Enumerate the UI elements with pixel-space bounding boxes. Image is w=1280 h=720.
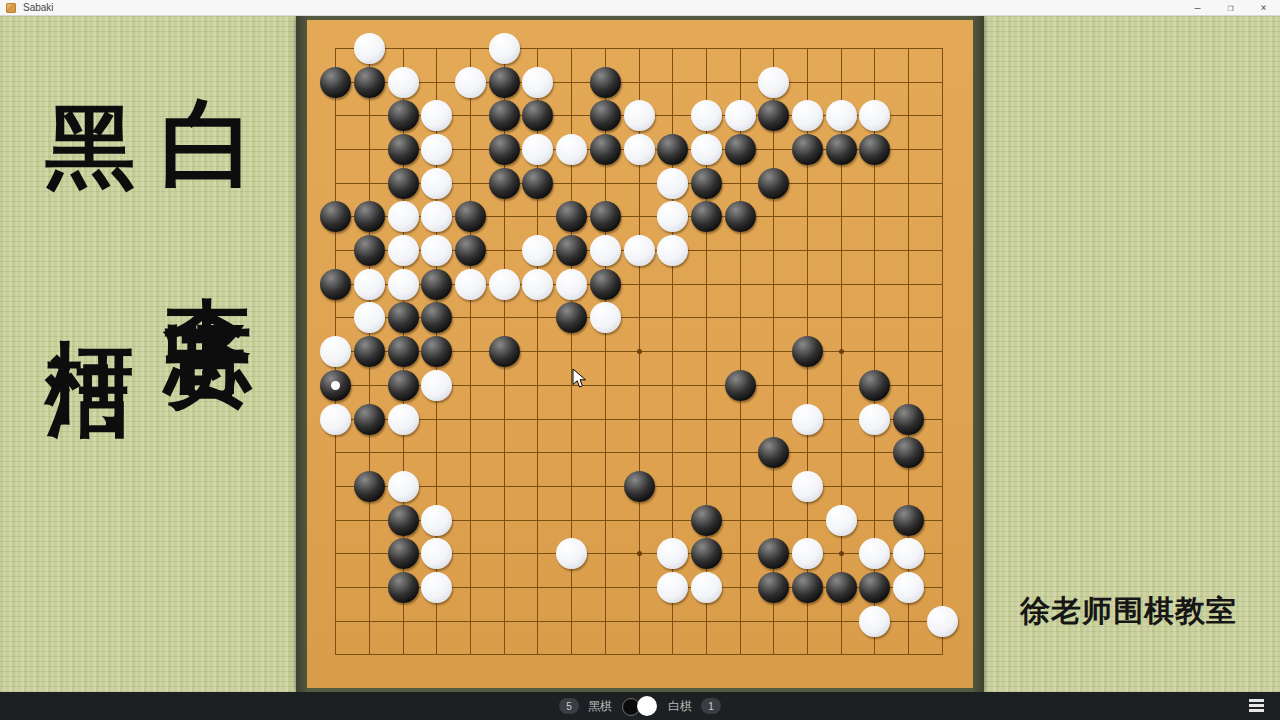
black-player-name: 柯洁 [46, 268, 134, 292]
black-stone[interactable] [388, 100, 419, 131]
black-stone[interactable] [354, 201, 385, 232]
white-stone[interactable] [556, 538, 587, 569]
black-stone[interactable] [455, 235, 486, 266]
white-stone[interactable] [522, 67, 553, 98]
black-stone[interactable] [421, 302, 452, 333]
white-stone[interactable] [859, 606, 890, 637]
white-stone[interactable] [859, 100, 890, 131]
white-stone[interactable] [624, 134, 655, 165]
white-stone[interactable] [624, 235, 655, 266]
turn-toggle[interactable] [621, 695, 659, 717]
white-stone[interactable] [826, 100, 857, 131]
black-stone[interactable] [522, 100, 553, 131]
black-stone[interactable] [725, 134, 756, 165]
white-stone[interactable] [421, 235, 452, 266]
white-stone[interactable] [590, 302, 621, 333]
white-color-char: 白 [158, 96, 258, 192]
black-stone[interactable] [725, 201, 756, 232]
white-stone[interactable] [354, 269, 385, 300]
black-stone[interactable] [489, 100, 520, 131]
white-stone[interactable] [522, 235, 553, 266]
last-move-marker [331, 381, 340, 390]
mouse-cursor [572, 368, 587, 393]
black-stone[interactable] [388, 572, 419, 603]
black-stone[interactable] [421, 336, 452, 367]
white-stone[interactable] [489, 33, 520, 64]
white-stone[interactable] [657, 201, 688, 232]
white-stone[interactable] [691, 100, 722, 131]
star-point [637, 349, 642, 354]
black-player-label: 黑 柯洁 [42, 102, 138, 292]
white-stone[interactable] [691, 134, 722, 165]
star-point [839, 349, 844, 354]
black-stone[interactable] [388, 302, 419, 333]
main-area: 黑 柯洁 白 李志贤 徐老师围棋教室 [0, 16, 1280, 692]
black-stone[interactable] [893, 505, 924, 536]
black-stone[interactable] [758, 572, 789, 603]
white-stone[interactable] [826, 505, 857, 536]
black-stone[interactable] [388, 370, 419, 401]
black-stone[interactable] [489, 336, 520, 367]
black-stone[interactable] [388, 336, 419, 367]
black-stone[interactable] [758, 538, 789, 569]
black-stone[interactable] [758, 437, 789, 468]
black-stone[interactable] [691, 505, 722, 536]
white-stone[interactable] [556, 269, 587, 300]
black-stone[interactable] [590, 134, 621, 165]
black-stone[interactable] [455, 201, 486, 232]
black-stone[interactable] [388, 134, 419, 165]
window-controls: – ❐ × [1181, 0, 1280, 15]
black-stone[interactable] [320, 201, 351, 232]
white-stone[interactable] [792, 471, 823, 502]
hamburger-menu-icon[interactable] [1249, 699, 1264, 712]
white-stone[interactable] [792, 100, 823, 131]
white-stone-icon [637, 696, 657, 716]
black-stone[interactable] [590, 269, 621, 300]
white-stone[interactable] [624, 100, 655, 131]
white-stone[interactable] [725, 100, 756, 131]
black-stone[interactable] [489, 67, 520, 98]
black-stone[interactable] [522, 168, 553, 199]
white-stone[interactable] [657, 572, 688, 603]
white-stone[interactable] [388, 67, 419, 98]
black-stone[interactable] [859, 134, 890, 165]
goban[interactable] [307, 20, 973, 688]
black-stone[interactable] [354, 235, 385, 266]
white-stone[interactable] [590, 235, 621, 266]
white-stone[interactable] [489, 269, 520, 300]
title-bar: Sabaki – ❐ × [0, 0, 1280, 16]
black-stone[interactable] [354, 404, 385, 435]
black-captures-badge: 5 [559, 698, 579, 714]
black-stone[interactable] [826, 134, 857, 165]
white-stone[interactable] [388, 201, 419, 232]
black-stone[interactable] [489, 134, 520, 165]
white-stone[interactable] [388, 235, 419, 266]
black-stone[interactable] [792, 572, 823, 603]
black-stone[interactable] [826, 572, 857, 603]
black-stone[interactable] [758, 168, 789, 199]
black-stone[interactable] [893, 437, 924, 468]
black-stone[interactable] [489, 168, 520, 199]
white-turn-label: 白棋 [668, 698, 692, 715]
black-stone[interactable] [590, 100, 621, 131]
black-stone[interactable] [354, 471, 385, 502]
minimize-button[interactable]: – [1181, 0, 1214, 15]
black-stone[interactable] [556, 235, 587, 266]
white-stone[interactable] [522, 269, 553, 300]
white-stone[interactable] [388, 404, 419, 435]
close-button[interactable]: × [1247, 0, 1280, 15]
white-player-name: 李志贤 [164, 226, 252, 262]
white-stone[interactable] [859, 404, 890, 435]
white-stone[interactable] [657, 168, 688, 199]
white-stone[interactable] [421, 201, 452, 232]
white-stone[interactable] [421, 572, 452, 603]
black-stone[interactable] [859, 572, 890, 603]
white-stone[interactable] [758, 67, 789, 98]
black-stone[interactable] [388, 538, 419, 569]
app-icon [6, 3, 16, 13]
black-turn-label: 黑棋 [588, 698, 612, 715]
window-title: Sabaki [23, 2, 54, 13]
white-stone[interactable] [556, 134, 587, 165]
white-stone[interactable] [421, 168, 452, 199]
maximize-button[interactable]: ❐ [1214, 0, 1247, 15]
white-stone[interactable] [388, 471, 419, 502]
white-stone[interactable] [354, 302, 385, 333]
white-stone[interactable] [927, 606, 958, 637]
black-stone[interactable] [893, 404, 924, 435]
black-stone[interactable] [691, 201, 722, 232]
white-stone[interactable] [522, 134, 553, 165]
status-bar: 5 黑棋 白棋 1 [0, 692, 1280, 720]
white-stone[interactable] [388, 269, 419, 300]
black-stone[interactable] [792, 336, 823, 367]
white-player-label: 白 李志贤 [158, 96, 258, 262]
black-stone[interactable] [624, 471, 655, 502]
white-stone[interactable] [893, 538, 924, 569]
white-captures-badge: 1 [701, 698, 721, 714]
black-stone[interactable] [590, 67, 621, 98]
black-stone[interactable] [320, 67, 351, 98]
star-point [637, 551, 642, 556]
star-point [839, 551, 844, 556]
white-stone[interactable] [354, 33, 385, 64]
black-stone[interactable] [590, 201, 621, 232]
black-stone[interactable] [556, 201, 587, 232]
white-stone[interactable] [455, 67, 486, 98]
black-stone[interactable] [556, 302, 587, 333]
white-stone[interactable] [792, 404, 823, 435]
white-stone[interactable] [691, 572, 722, 603]
board-frame [296, 16, 984, 692]
black-color-char: 黑 [42, 102, 138, 192]
black-stone[interactable] [388, 505, 419, 536]
white-stone[interactable] [792, 538, 823, 569]
black-stone[interactable] [320, 269, 351, 300]
black-stone[interactable] [657, 134, 688, 165]
black-stone[interactable] [792, 134, 823, 165]
white-stone[interactable] [421, 100, 452, 131]
watermark-text: 徐老师围棋教室 [1020, 591, 1237, 632]
black-stone[interactable] [691, 538, 722, 569]
white-stone[interactable] [893, 572, 924, 603]
black-stone[interactable] [691, 168, 722, 199]
black-stone[interactable] [725, 370, 756, 401]
black-stone[interactable] [758, 100, 789, 131]
black-stone[interactable] [859, 370, 890, 401]
black-stone[interactable] [421, 269, 452, 300]
white-stone[interactable] [859, 538, 890, 569]
white-stone[interactable] [421, 538, 452, 569]
white-stone[interactable] [421, 370, 452, 401]
white-stone[interactable] [421, 134, 452, 165]
white-stone[interactable] [657, 538, 688, 569]
white-stone[interactable] [657, 235, 688, 266]
white-stone[interactable] [455, 269, 486, 300]
black-stone[interactable] [354, 67, 385, 98]
white-stone[interactable] [421, 505, 452, 536]
black-stone[interactable] [388, 168, 419, 199]
white-stone[interactable] [320, 404, 351, 435]
white-stone[interactable] [320, 336, 351, 367]
black-stone[interactable] [354, 336, 385, 367]
